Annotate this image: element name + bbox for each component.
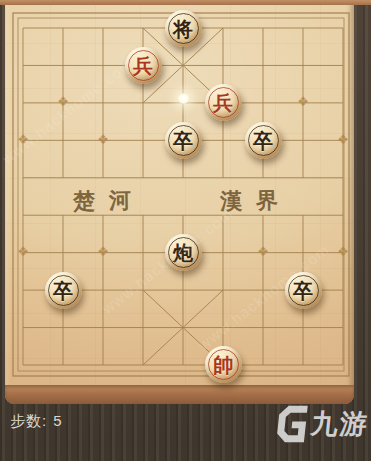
piece-character: 卒	[53, 280, 73, 301]
point-marker-icon: ❖	[17, 245, 29, 258]
red-soldier-piece[interactable]: 兵	[125, 47, 162, 84]
piece-character: 卒	[253, 130, 273, 151]
step-counter: 步数:5	[10, 412, 63, 431]
board-front-edge	[5, 385, 354, 404]
piece-character: 炮	[173, 242, 193, 263]
red-general-piece[interactable]: 帥	[205, 346, 242, 383]
black-soldier-piece[interactable]: 卒	[245, 122, 282, 159]
piece-character: 兵	[133, 55, 153, 76]
step-counter-value: 5	[53, 412, 62, 429]
point-marker-icon: ❖	[337, 133, 349, 146]
red-soldier-piece[interactable]: 兵	[205, 84, 242, 121]
board-top-edge	[0, 0, 371, 5]
point-marker-icon: ❖	[97, 133, 109, 146]
black-soldier-piece[interactable]: 卒	[285, 272, 322, 309]
point-marker-icon: ❖	[17, 133, 29, 146]
piece-character: 兵	[213, 92, 233, 113]
jiuyou-logo: 九游	[275, 405, 371, 443]
point-marker-icon: ❖	[257, 245, 269, 258]
piece-character: 将	[173, 18, 193, 39]
jiuyou-logo-text: 九游	[309, 406, 371, 442]
piece-character: 帥	[213, 354, 233, 375]
jiuyou-g-icon	[275, 405, 309, 443]
point-marker-icon: ❖	[297, 95, 309, 108]
point-marker-icon: ❖	[97, 245, 109, 258]
black-cannon-piece[interactable]: 炮	[165, 234, 202, 271]
black-soldier-piece[interactable]: 卒	[165, 122, 202, 159]
board-grid: ❖❖❖❖❖❖❖❖❖❖❖❖❖❖将兵兵卒卒炮卒卒帥	[3, 9, 363, 383]
step-counter-label: 步数:	[10, 412, 47, 429]
last-move-indicator	[178, 93, 189, 104]
piece-character: 卒	[293, 280, 313, 301]
piece-character: 卒	[173, 130, 193, 151]
black-general-piece[interactable]: 将	[165, 10, 202, 47]
point-marker-icon: ❖	[337, 245, 349, 258]
point-marker-icon: ❖	[57, 95, 69, 108]
black-soldier-piece[interactable]: 卒	[45, 272, 82, 309]
